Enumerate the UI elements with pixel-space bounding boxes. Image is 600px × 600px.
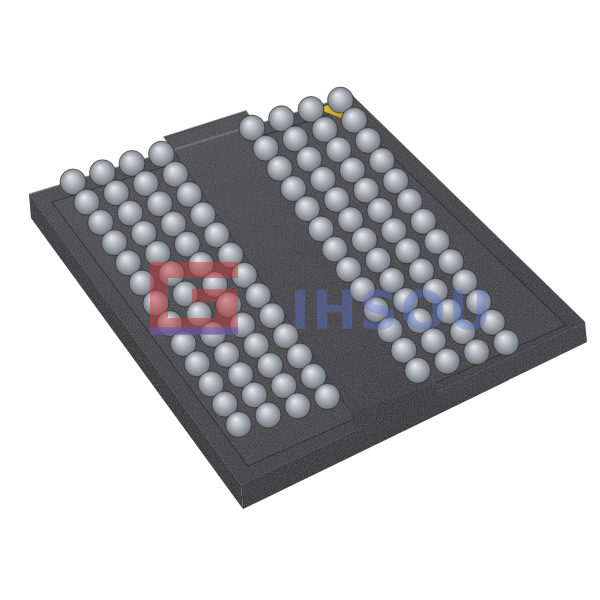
solder-ball xyxy=(405,357,431,383)
solder-ball xyxy=(285,393,311,419)
solder-ball xyxy=(226,411,252,437)
solder-ball xyxy=(314,384,340,410)
watermark-logo-underline xyxy=(150,327,238,335)
solder-ball xyxy=(434,348,460,374)
solder-ball xyxy=(255,402,281,428)
watermark-logo-g-icon xyxy=(150,262,238,334)
bga-chip-photo: IHSOU xyxy=(0,0,600,600)
solder-ball xyxy=(464,339,490,365)
chip-photo-stage: IHSOU xyxy=(0,0,600,600)
watermark-text: IHSOU xyxy=(290,279,494,342)
solder-ball xyxy=(493,330,519,356)
